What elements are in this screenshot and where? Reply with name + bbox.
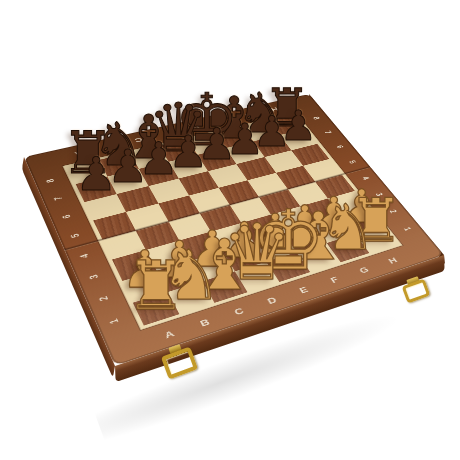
rank-label-right-1: 1	[402, 226, 414, 232]
rank-label-right-8: 8	[311, 116, 322, 120]
rank-label-left-5: 5	[68, 233, 82, 240]
file-label-far-h: H	[270, 106, 280, 113]
file-label-far-f: F	[218, 118, 227, 125]
rank-label-right-3: 3	[373, 192, 385, 198]
rank-label-left-6: 6	[60, 214, 74, 220]
rank-label-right-7: 7	[322, 130, 333, 135]
file-label-far-e: E	[191, 124, 201, 131]
file-label-far-b: B	[104, 143, 114, 151]
file-label-near-f: F	[328, 275, 340, 285]
rank-label-left-3: 3	[87, 273, 101, 280]
rank-label-left-2: 2	[96, 295, 111, 303]
file-label-near-b: B	[198, 317, 211, 329]
rank-label-right-6: 6	[334, 144, 345, 149]
rank-label-left-1: 1	[107, 318, 122, 326]
rank-label-right-4: 4	[360, 175, 372, 180]
file-label-near-g: G	[357, 265, 370, 275]
file-label-far-d: D	[162, 130, 172, 137]
rank-label-left-7: 7	[51, 195, 64, 201]
product-photo-scene: ABCDEFGHABCDEFGH8765432187654321 ♜♞♝♛♚♝♞…	[0, 0, 460, 460]
file-label-near-e: E	[297, 285, 309, 295]
rank-label-left-4: 4	[77, 252, 91, 259]
rank-label-right-5: 5	[347, 160, 358, 165]
file-label-far-g: G	[244, 112, 255, 119]
file-label-near-d: D	[265, 295, 278, 306]
file-label-far-c: C	[134, 136, 144, 143]
file-label-far-a: A	[73, 150, 84, 158]
rank-label-left-8: 8	[44, 178, 57, 184]
file-label-near-c: C	[232, 306, 245, 317]
file-label-near-a: A	[163, 328, 176, 340]
rank-label-right-2: 2	[387, 209, 399, 215]
file-label-near-h: H	[386, 256, 399, 266]
